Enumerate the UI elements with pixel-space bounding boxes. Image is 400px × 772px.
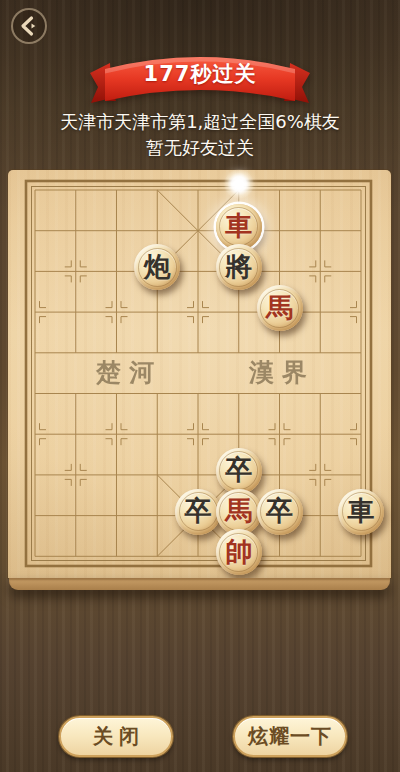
piece-glyph: 馬 — [225, 497, 252, 524]
piece-red-horse[interactable]: 馬 — [216, 489, 262, 535]
board-face: 楚河 漢界 車炮將馬卒卒馬卒車帥 — [8, 170, 391, 578]
piece-glyph: 車 — [225, 212, 252, 239]
board-edge — [9, 578, 390, 590]
piece-glyph: 炮 — [144, 253, 171, 280]
piece-black-soldier[interactable]: 卒 — [216, 448, 262, 494]
victory-banner: 177秒过关 — [88, 47, 312, 111]
piece-red-horse[interactable]: 馬 — [257, 285, 303, 331]
brag-button-label: 炫耀一下 — [248, 723, 332, 750]
brag-button[interactable]: 炫耀一下 — [233, 716, 347, 757]
close-button[interactable]: 关闭 — [59, 716, 173, 757]
river-label-left: 楚河 — [96, 356, 162, 389]
piece-black-soldier[interactable]: 卒 — [257, 489, 303, 535]
xiangqi-board[interactable]: 楚河 漢界 車炮將馬卒卒馬卒車帥 — [8, 170, 391, 590]
piece-glyph: 帥 — [225, 538, 252, 565]
piece-red-general[interactable]: 帥 — [216, 529, 262, 575]
piece-black-chariot[interactable]: 車 — [338, 489, 384, 535]
piece-red-chariot[interactable]: 車 — [216, 204, 262, 250]
rank-text: 天津市天津市第1,超过全国6%棋友 — [0, 110, 400, 134]
back-button[interactable] — [11, 8, 47, 44]
piece-glyph: 車 — [348, 497, 375, 524]
banner-text: 177秒过关 — [88, 60, 312, 88]
friends-status-text: 暂无好友过关 — [0, 136, 400, 160]
close-button-label: 关闭 — [87, 723, 145, 750]
piece-glyph: 將 — [225, 253, 252, 280]
piece-glyph: 卒 — [225, 456, 252, 483]
back-chevron-icon — [18, 15, 40, 37]
piece-black-soldier[interactable]: 卒 — [175, 489, 221, 535]
piece-glyph: 馬 — [266, 294, 293, 321]
piece-glyph: 卒 — [266, 497, 293, 524]
piece-glyph: 卒 — [185, 497, 212, 524]
piece-black-general[interactable]: 將 — [216, 244, 262, 290]
river-label-right: 漢界 — [249, 356, 315, 389]
